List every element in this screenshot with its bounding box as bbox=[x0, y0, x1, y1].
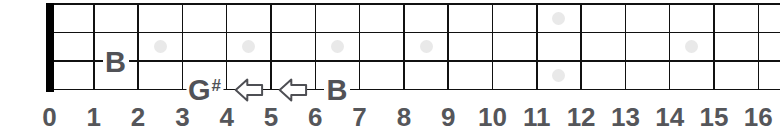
fret-wire bbox=[403, 3, 405, 90]
fret-wire bbox=[315, 3, 317, 90]
note-name: G bbox=[188, 74, 211, 106]
fret-wire bbox=[713, 3, 715, 90]
nut bbox=[46, 3, 54, 92]
fret-wire bbox=[625, 3, 627, 90]
fret-number: 4 bbox=[219, 104, 233, 129]
fret-wire bbox=[447, 3, 449, 90]
fret-wire bbox=[580, 3, 582, 90]
fret-number: 12 bbox=[567, 104, 596, 129]
fret-number: 15 bbox=[700, 104, 729, 129]
fret-number: 13 bbox=[611, 104, 640, 129]
inlay-dot-icon bbox=[420, 40, 433, 53]
fret-wire bbox=[669, 3, 671, 90]
fret-number: 1 bbox=[87, 104, 101, 129]
inlay-dot-icon bbox=[552, 12, 565, 25]
note-accidental: # bbox=[212, 76, 221, 95]
fret-wire bbox=[359, 3, 361, 90]
fret-number: 8 bbox=[397, 104, 411, 129]
fret-wire bbox=[536, 3, 538, 90]
fret-number: 0 bbox=[42, 104, 56, 129]
slide-left-arrow-icon bbox=[233, 77, 264, 103]
fret-wire bbox=[93, 3, 95, 90]
inlay-dot-icon bbox=[154, 40, 167, 53]
fret-number: 7 bbox=[352, 104, 366, 129]
fret-wire bbox=[492, 3, 494, 90]
fret-number: 5 bbox=[264, 104, 278, 129]
note-name: B bbox=[105, 45, 126, 77]
fret-wire bbox=[182, 3, 184, 90]
inlay-dot-icon bbox=[685, 40, 698, 53]
slide-left-arrow-icon bbox=[278, 77, 309, 103]
fret-number: 9 bbox=[441, 104, 455, 129]
fret-wire bbox=[137, 3, 139, 90]
inlay-dot-icon bbox=[552, 69, 565, 82]
inlay-dot-icon bbox=[242, 40, 255, 53]
fret-number: 16 bbox=[744, 104, 773, 129]
note-label: G# bbox=[186, 76, 223, 105]
fret-wire bbox=[758, 3, 760, 90]
inlay-dot-icon bbox=[331, 40, 344, 53]
fret-wire bbox=[270, 3, 272, 90]
fret-number: 11 bbox=[523, 104, 551, 129]
note-label: B bbox=[324, 76, 350, 105]
fretboard-diagram: BG#B 012345678910111213141516 bbox=[0, 0, 780, 129]
fret-number: 6 bbox=[308, 104, 322, 129]
fret-number: 10 bbox=[478, 104, 507, 129]
note-label: B bbox=[103, 47, 129, 76]
fret-number: 14 bbox=[655, 104, 684, 129]
fret-number: 2 bbox=[131, 104, 145, 129]
fret-number: 3 bbox=[175, 104, 189, 129]
fret-wire bbox=[226, 3, 228, 90]
note-name: B bbox=[326, 74, 347, 106]
